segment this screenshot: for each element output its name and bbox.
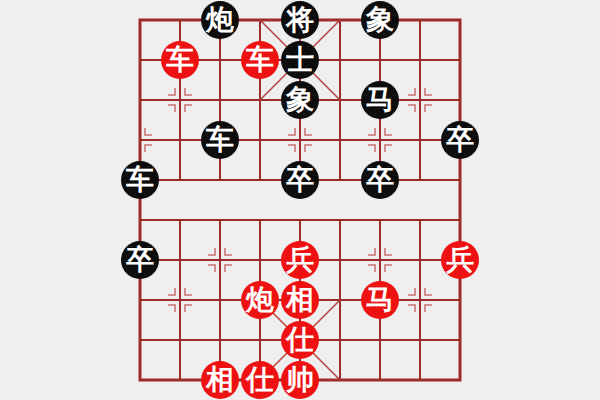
piece-red-elephant[interactable]: 相 [281, 281, 319, 319]
piece-black-chariot[interactable]: 车 [201, 121, 239, 159]
piece-black-soldier[interactable]: 卒 [121, 241, 159, 279]
piece-black-chariot[interactable]: 车 [121, 161, 159, 199]
piece-black-elephant[interactable]: 象 [281, 81, 319, 119]
piece-red-chariot[interactable]: 车 [241, 41, 279, 79]
piece-black-soldier[interactable]: 卒 [441, 121, 479, 159]
piece-black-elephant[interactable]: 象 [361, 1, 399, 39]
piece-red-advisor[interactable]: 仕 [241, 361, 279, 399]
piece-black-horse[interactable]: 马 [361, 81, 399, 119]
piece-red-cannon[interactable]: 炮 [241, 281, 279, 319]
piece-red-soldier[interactable]: 兵 [441, 241, 479, 279]
piece-black-general[interactable]: 将 [281, 1, 319, 39]
board-points: 炮将象车车士象马车卒车卒卒卒兵兵炮相马仕相仕帅 [120, 0, 480, 400]
piece-black-advisor[interactable]: 士 [281, 41, 319, 79]
piece-red-horse[interactable]: 马 [361, 281, 399, 319]
piece-red-soldier[interactable]: 兵 [281, 241, 319, 279]
piece-red-elephant[interactable]: 相 [201, 361, 239, 399]
xiangqi-board: 炮将象车车士象马车卒车卒卒卒兵兵炮相马仕相仕帅 [0, 0, 600, 400]
piece-red-general[interactable]: 帅 [281, 361, 319, 399]
piece-red-chariot[interactable]: 车 [161, 41, 199, 79]
piece-red-advisor[interactable]: 仕 [281, 321, 319, 359]
piece-black-soldier[interactable]: 卒 [281, 161, 319, 199]
piece-black-cannon[interactable]: 炮 [201, 1, 239, 39]
piece-black-soldier[interactable]: 卒 [361, 161, 399, 199]
